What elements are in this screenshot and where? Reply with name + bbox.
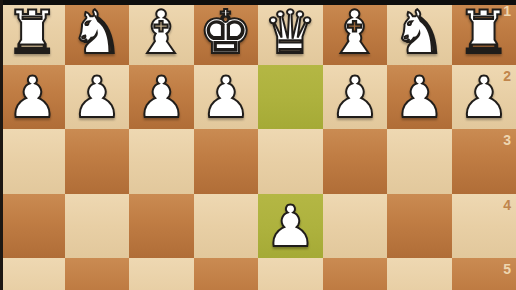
square-a5[interactable]: 5 <box>452 258 516 290</box>
square-f1[interactable]: ♝ <box>129 0 194 65</box>
square-h1[interactable]: ♜ <box>0 0 65 65</box>
square-g3[interactable] <box>65 129 130 194</box>
square-e1[interactable]: ♚ <box>194 0 259 65</box>
white-pawn[interactable]: ♟ <box>71 65 122 130</box>
square-g4[interactable] <box>65 194 130 259</box>
square-e2[interactable]: ♟ <box>194 65 259 130</box>
square-f4[interactable] <box>129 194 194 259</box>
square-d3[interactable] <box>258 129 323 194</box>
square-d1[interactable]: ♛ <box>258 0 323 65</box>
white-pawn[interactable]: ♟ <box>458 65 509 130</box>
square-c5[interactable] <box>323 258 388 290</box>
square-a3[interactable]: 3 <box>452 129 516 194</box>
white-pawn[interactable]: ♟ <box>394 65 445 130</box>
chess-board[interactable]: ♜♞♝♚♛♝♞♜1♟♟♟♟♟♟♟23♟45678 <box>0 0 516 290</box>
square-e4[interactable] <box>194 194 259 259</box>
square-f3[interactable] <box>129 129 194 194</box>
square-f2[interactable]: ♟ <box>129 65 194 130</box>
white-queen[interactable]: ♛ <box>263 0 317 65</box>
square-a2[interactable]: ♟2 <box>452 65 516 130</box>
square-b5[interactable] <box>387 258 452 290</box>
square-g1[interactable]: ♞ <box>65 0 130 65</box>
video-frame: ♜♞♝♚♛♝♞♜1♟♟♟♟♟♟♟23♟45678 <box>0 0 516 290</box>
white-king[interactable]: ♚ <box>199 0 253 65</box>
square-h4[interactable] <box>0 194 65 259</box>
square-e5[interactable] <box>194 258 259 290</box>
square-b4[interactable] <box>387 194 452 259</box>
white-knight[interactable]: ♞ <box>392 0 446 65</box>
square-g5[interactable] <box>65 258 130 290</box>
square-d2[interactable] <box>258 65 323 130</box>
square-g2[interactable]: ♟ <box>65 65 130 130</box>
square-d4[interactable]: ♟ <box>258 194 323 259</box>
square-f5[interactable] <box>129 258 194 290</box>
white-bishop[interactable]: ♝ <box>328 0 382 65</box>
square-a1[interactable]: ♜1 <box>452 0 516 65</box>
white-pawn[interactable]: ♟ <box>136 65 187 130</box>
square-c3[interactable] <box>323 129 388 194</box>
white-bishop[interactable]: ♝ <box>134 0 188 65</box>
white-pawn[interactable]: ♟ <box>200 65 251 130</box>
white-pawn[interactable]: ♟ <box>7 65 58 130</box>
square-b1[interactable]: ♞ <box>387 0 452 65</box>
square-a4[interactable]: 4 <box>452 194 516 259</box>
rank-label-1: 1 <box>503 4 511 18</box>
white-knight[interactable]: ♞ <box>70 0 124 65</box>
square-c1[interactable]: ♝ <box>323 0 388 65</box>
square-b3[interactable] <box>387 129 452 194</box>
white-rook[interactable]: ♜ <box>5 0 59 65</box>
square-h5[interactable] <box>0 258 65 290</box>
rank-label-2: 2 <box>503 69 511 83</box>
rank-label-3: 3 <box>503 133 511 147</box>
white-pawn[interactable]: ♟ <box>265 194 316 259</box>
square-b2[interactable]: ♟ <box>387 65 452 130</box>
rank-label-4: 4 <box>503 198 511 212</box>
square-e3[interactable] <box>194 129 259 194</box>
square-d5[interactable] <box>258 258 323 290</box>
white-pawn[interactable]: ♟ <box>329 65 380 130</box>
square-c2[interactable]: ♟ <box>323 65 388 130</box>
square-h3[interactable] <box>0 129 65 194</box>
square-c4[interactable] <box>323 194 388 259</box>
rank-label-5: 5 <box>503 262 511 276</box>
square-h2[interactable]: ♟ <box>0 65 65 130</box>
